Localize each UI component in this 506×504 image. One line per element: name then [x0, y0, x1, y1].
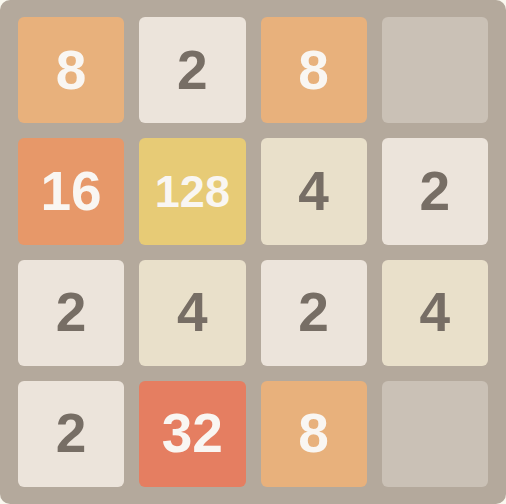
tile-2-r3c1: 2 [18, 260, 124, 366]
tile-2-r4c1: 2 [18, 381, 124, 487]
game-board-2048[interactable]: 828161284224242328 [0, 0, 506, 504]
tile-2-r3c3: 2 [261, 260, 367, 366]
tile-2-r2c4: 2 [382, 138, 488, 244]
tile-2-r1c2: 2 [139, 17, 245, 123]
tile-128-r2c2: 128 [139, 138, 245, 244]
cell-empty-r1c4 [382, 17, 488, 123]
tile-32-r4c2: 32 [139, 381, 245, 487]
tile-16-r2c1: 16 [18, 138, 124, 244]
tile-4-r3c2: 4 [139, 260, 245, 366]
tile-8-r4c3: 8 [261, 381, 367, 487]
cell-empty-r4c4 [382, 381, 488, 487]
tile-8-r1c1: 8 [18, 17, 124, 123]
tile-4-r3c4: 4 [382, 260, 488, 366]
tile-4-r2c3: 4 [261, 138, 367, 244]
tile-8-r1c3: 8 [261, 17, 367, 123]
